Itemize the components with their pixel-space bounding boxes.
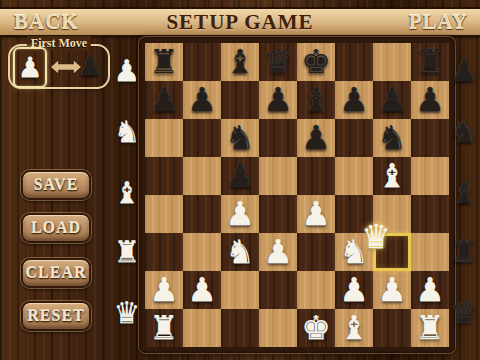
white-pawn[interactable]: ♟ [183, 271, 221, 309]
black-knight[interactable]: ♞ [373, 119, 411, 157]
white-pawn[interactable]: ♟ [297, 195, 335, 233]
reset-button[interactable]: RESET [21, 301, 91, 331]
square-g2[interactable]: ♟ [373, 271, 411, 309]
square-a5[interactable] [145, 157, 183, 195]
white-pawn[interactable]: ♟ [221, 195, 259, 233]
black-pawn[interactable]: ♟ [145, 81, 183, 119]
square-b1[interactable] [183, 309, 221, 347]
square-e6[interactable]: ♟ [297, 119, 335, 157]
white-pawn[interactable]: ♟ [373, 271, 411, 309]
square-h5[interactable] [411, 157, 449, 195]
square-a2[interactable]: ♟ [145, 271, 183, 309]
square-a4[interactable] [145, 195, 183, 233]
black-pawn[interactable]: ♟ [183, 81, 221, 119]
square-a7[interactable]: ♟ [145, 81, 183, 119]
square-f5[interactable] [335, 157, 373, 195]
square-h8[interactable]: ♜ [411, 43, 449, 81]
square-g7[interactable]: ♟ [373, 81, 411, 119]
square-e2[interactable] [297, 271, 335, 309]
square-d6[interactable] [259, 119, 297, 157]
square-e8[interactable]: ♚ [297, 43, 335, 81]
square-b3[interactable] [183, 233, 221, 271]
palette-white-queen[interactable]: ♛ [110, 294, 144, 332]
palette-black-pawn[interactable]: ♟ [447, 52, 480, 90]
square-c6[interactable]: ♞ [221, 119, 259, 157]
square-c7[interactable] [221, 81, 259, 119]
square-b4[interactable] [183, 195, 221, 233]
first-move-widget: First Move ♟ ♟ [8, 44, 110, 89]
square-g5[interactable]: ♝ [373, 157, 411, 195]
palette-black-bishop[interactable]: ♝ [447, 174, 480, 212]
square-c2[interactable] [221, 271, 259, 309]
dragged-white-queen[interactable]: ♛ [357, 218, 395, 256]
black-bishop[interactable]: ♝ [221, 43, 259, 81]
black-pawn[interactable]: ♟ [221, 157, 259, 195]
square-g1[interactable] [373, 309, 411, 347]
square-a3[interactable] [145, 233, 183, 271]
white-knight[interactable]: ♞ [221, 233, 259, 271]
square-c1[interactable] [221, 309, 259, 347]
first-move-black-option[interactable]: ♟ [75, 47, 105, 84]
square-d3[interactable]: ♟ [259, 233, 297, 271]
clear-button[interactable]: CLEAR [21, 258, 91, 288]
load-button[interactable]: LOAD [21, 213, 91, 243]
white-pawn[interactable]: ♟ [259, 233, 297, 271]
black-rook[interactable]: ♜ [411, 43, 449, 81]
white-rook[interactable]: ♜ [145, 309, 183, 347]
square-c5[interactable]: ♟ [221, 157, 259, 195]
square-d2[interactable] [259, 271, 297, 309]
black-pawn[interactable]: ♟ [259, 81, 297, 119]
square-d5[interactable] [259, 157, 297, 195]
palette-white-knight[interactable]: ♞ [110, 113, 144, 151]
black-rook[interactable]: ♜ [145, 43, 183, 81]
black-pawn[interactable]: ♟ [297, 119, 335, 157]
square-h7[interactable]: ♟ [411, 81, 449, 119]
play-button[interactable]: PLAY [409, 10, 468, 35]
square-h4[interactable] [411, 195, 449, 233]
black-bishop[interactable]: ♝ [297, 81, 335, 119]
black-king[interactable]: ♚ [297, 43, 335, 81]
white-rook[interactable]: ♜ [411, 309, 449, 347]
square-f6[interactable] [335, 119, 373, 157]
square-c4[interactable]: ♟ [221, 195, 259, 233]
black-queen[interactable]: ♛ [259, 43, 297, 81]
square-f8[interactable] [335, 43, 373, 81]
square-b8[interactable] [183, 43, 221, 81]
square-h6[interactable] [411, 119, 449, 157]
square-d1[interactable] [259, 309, 297, 347]
black-pawn[interactable]: ♟ [411, 81, 449, 119]
square-e1[interactable]: ♚ [297, 309, 335, 347]
white-pawn[interactable]: ♟ [145, 271, 183, 309]
white-bishop[interactable]: ♝ [335, 309, 373, 347]
first-move-white-option[interactable]: ♟ [13, 47, 47, 88]
top-bar: BACK SETUP GAME PLAY [0, 7, 480, 37]
black-pawn[interactable]: ♟ [335, 81, 373, 119]
square-e4[interactable]: ♟ [297, 195, 335, 233]
square-e5[interactable] [297, 157, 335, 195]
square-f2[interactable]: ♟ [335, 271, 373, 309]
white-bishop[interactable]: ♝ [373, 157, 411, 195]
square-e7[interactable]: ♝ [297, 81, 335, 119]
palette-black-rook[interactable]: ♜ [447, 233, 480, 271]
chess-board-frame: ♜♝♛♚♜♟♟♟♝♟♟♟♞♟♞♟♝♟♟♞♟♞♟♟♟♟♟♜♚♝♜♛ [139, 37, 455, 353]
white-pawn[interactable]: ♟ [335, 271, 373, 309]
chess-board: ♜♝♛♚♜♟♟♟♝♟♟♟♞♟♞♟♝♟♟♞♟♞♟♟♟♟♟♜♚♝♜♛ [145, 43, 449, 347]
square-c8[interactable]: ♝ [221, 43, 259, 81]
square-g6[interactable]: ♞ [373, 119, 411, 157]
square-b6[interactable] [183, 119, 221, 157]
square-e3[interactable] [297, 233, 335, 271]
black-pawn[interactable]: ♟ [373, 81, 411, 119]
square-b7[interactable]: ♟ [183, 81, 221, 119]
square-b5[interactable] [183, 157, 221, 195]
white-pawn[interactable]: ♟ [411, 271, 449, 309]
save-button[interactable]: SAVE [21, 170, 91, 200]
palette-black-knight[interactable]: ♞ [447, 113, 480, 151]
square-h3[interactable] [411, 233, 449, 271]
palette-white-bishop[interactable]: ♝ [110, 174, 144, 212]
square-f7[interactable]: ♟ [335, 81, 373, 119]
square-d7[interactable]: ♟ [259, 81, 297, 119]
palette-white-pawn[interactable]: ♟ [110, 52, 144, 90]
black-knight[interactable]: ♞ [221, 119, 259, 157]
square-d4[interactable] [259, 195, 297, 233]
square-a8[interactable]: ♜ [145, 43, 183, 81]
square-a6[interactable] [145, 119, 183, 157]
square-f1[interactable]: ♝ [335, 309, 373, 347]
square-b2[interactable]: ♟ [183, 271, 221, 309]
square-h1[interactable]: ♜ [411, 309, 449, 347]
square-g8[interactable] [373, 43, 411, 81]
square-a1[interactable]: ♜ [145, 309, 183, 347]
palette-black-queen[interactable]: ♛ [447, 294, 480, 332]
square-c3[interactable]: ♞ [221, 233, 259, 271]
square-h2[interactable]: ♟ [411, 271, 449, 309]
white-king[interactable]: ♚ [297, 309, 335, 347]
palette-white-rook[interactable]: ♜ [110, 233, 144, 271]
square-d8[interactable]: ♛ [259, 43, 297, 81]
